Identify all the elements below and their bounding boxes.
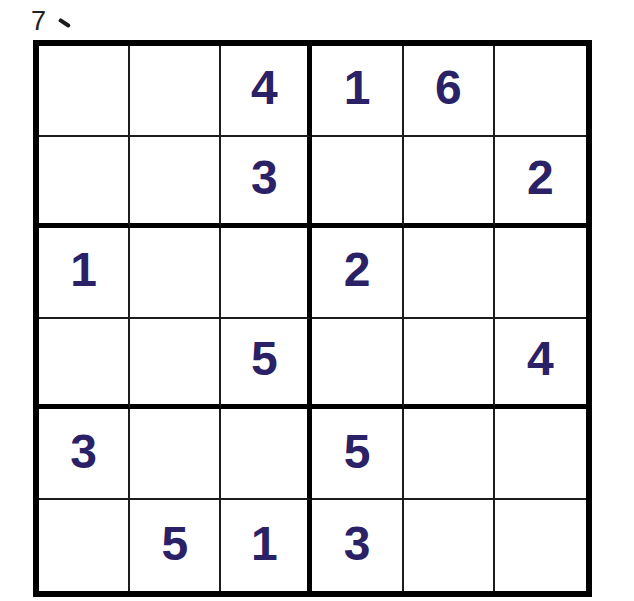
sudoku-cell[interactable] (404, 137, 495, 228)
sudoku-cell: 2 (495, 137, 586, 228)
given-digit: 3 (251, 154, 278, 202)
sudoku-cell[interactable] (39, 319, 130, 410)
given-digit: 5 (161, 520, 188, 568)
sudoku-cell: 1 (39, 228, 130, 319)
sudoku-cell[interactable] (39, 500, 130, 591)
sudoku-cell[interactable] (312, 319, 403, 410)
puzzle-number-label: 7 (31, 6, 71, 36)
given-digit: 2 (344, 246, 371, 294)
sudoku-cell[interactable] (130, 228, 221, 319)
enumeration-comma-icon (58, 18, 71, 28)
sudoku-cell: 6 (404, 46, 495, 137)
sudoku-cell: 3 (312, 500, 403, 591)
puzzle-number: 7 (31, 6, 46, 36)
sudoku-cell: 1 (221, 500, 312, 591)
sudoku-cell: 5 (221, 319, 312, 410)
sudoku-cell: 1 (312, 46, 403, 137)
sudoku-cell[interactable] (130, 137, 221, 228)
given-digit: 5 (251, 335, 278, 383)
sudoku-cell[interactable] (221, 228, 312, 319)
sudoku-cell: 4 (221, 46, 312, 137)
sudoku-cell: 5 (312, 409, 403, 500)
given-digit: 1 (70, 246, 97, 294)
given-digit: 4 (251, 64, 278, 112)
given-digit: 2 (527, 154, 554, 202)
sudoku-cell[interactable] (39, 46, 130, 137)
sudoku-cell[interactable] (404, 500, 495, 591)
given-digit: 4 (527, 335, 554, 383)
sudoku-cell[interactable] (404, 228, 495, 319)
sudoku-cell: 5 (130, 500, 221, 591)
sudoku-cell: 3 (221, 137, 312, 228)
sudoku-cell[interactable] (130, 409, 221, 500)
given-digit: 1 (344, 64, 371, 112)
sudoku-cell[interactable] (39, 137, 130, 228)
sudoku-cell: 3 (39, 409, 130, 500)
sudoku-cell[interactable] (130, 46, 221, 137)
sudoku-cell: 4 (495, 319, 586, 410)
sudoku-cell[interactable] (130, 319, 221, 410)
given-digit: 6 (435, 64, 462, 112)
sudoku-cell[interactable] (495, 46, 586, 137)
given-digit: 5 (344, 428, 371, 476)
sudoku-cell[interactable] (312, 137, 403, 228)
sudoku-cell[interactable] (404, 319, 495, 410)
sudoku-cell[interactable] (495, 500, 586, 591)
given-digit: 3 (70, 428, 97, 476)
sudoku-cell[interactable] (495, 409, 586, 500)
given-digit: 1 (251, 520, 278, 568)
sudoku-cell[interactable] (495, 228, 586, 319)
sudoku-cell: 2 (312, 228, 403, 319)
sudoku-cell[interactable] (221, 409, 312, 500)
sudoku-board: 41632125435513 (33, 40, 592, 597)
given-digit: 3 (344, 520, 371, 568)
sudoku-cell[interactable] (404, 409, 495, 500)
